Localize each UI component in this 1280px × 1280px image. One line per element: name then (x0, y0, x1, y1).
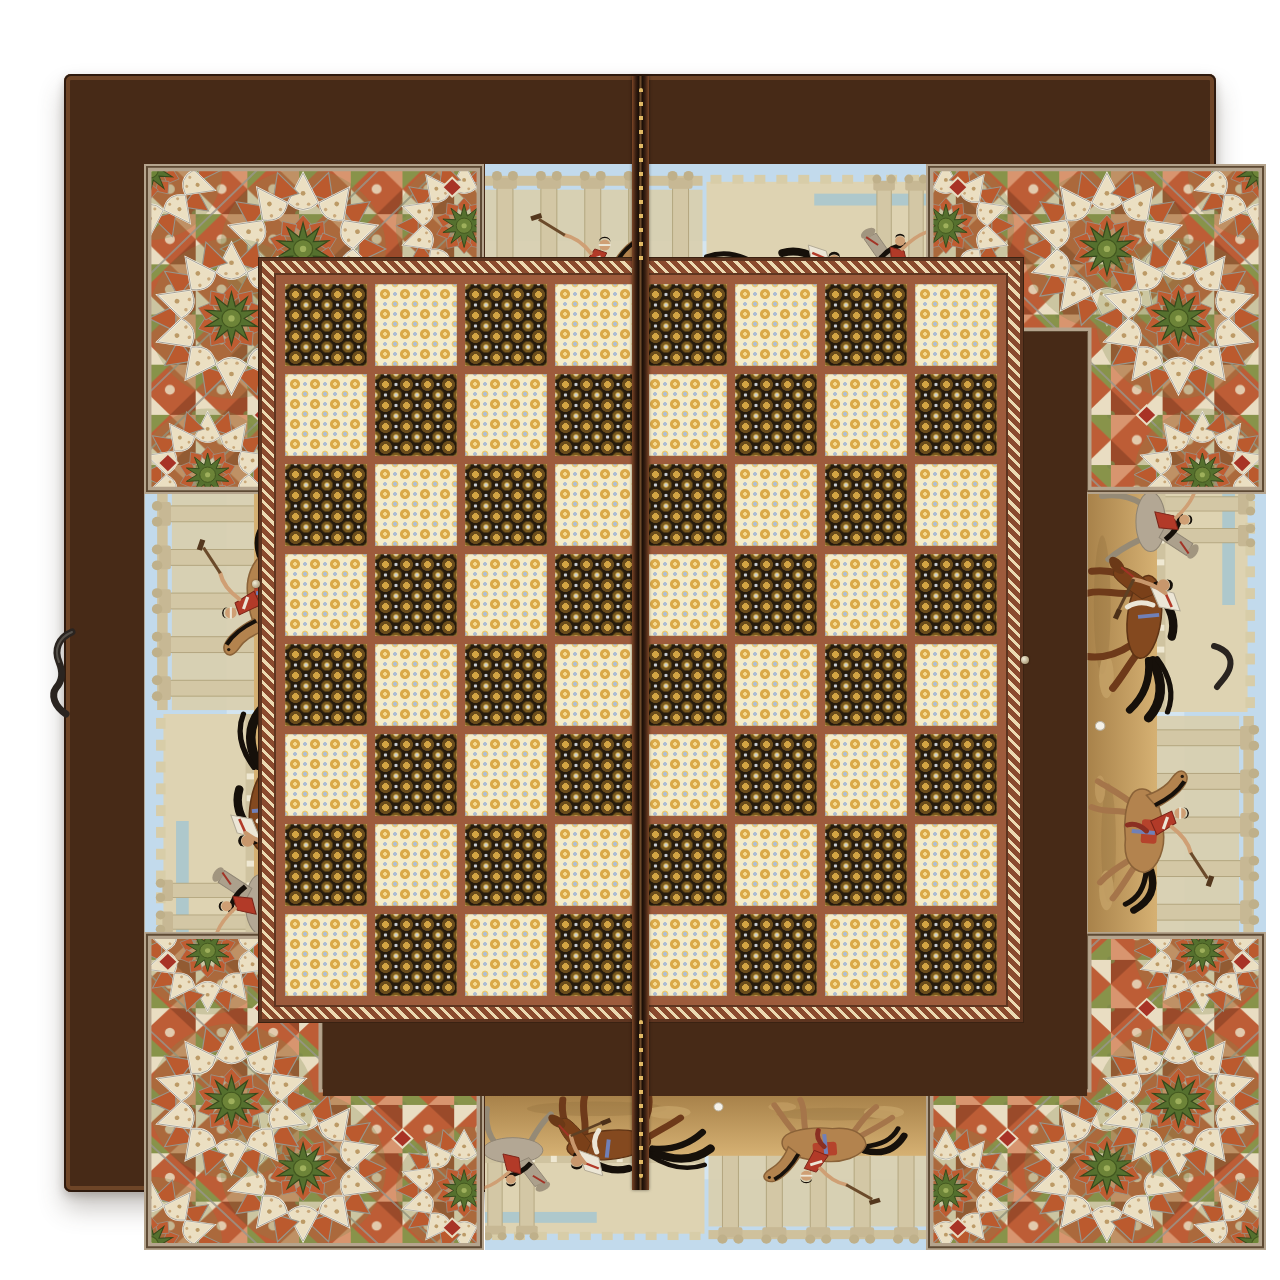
square-g6[interactable] (825, 464, 907, 546)
square-c4[interactable] (465, 644, 547, 726)
clasp-left[interactable] (44, 626, 80, 722)
square-h8[interactable] (915, 284, 997, 366)
square-e8[interactable] (645, 284, 727, 366)
square-h6[interactable] (915, 464, 997, 546)
hinge-pins-top (639, 88, 643, 270)
square-c8[interactable] (465, 284, 547, 366)
square-h1[interactable] (915, 914, 997, 996)
square-d8[interactable] (555, 284, 637, 366)
square-g8[interactable] (825, 284, 907, 366)
frame-screw-left (252, 580, 260, 588)
square-a6[interactable] (285, 464, 367, 546)
square-e6[interactable] (645, 464, 727, 546)
square-e2[interactable] (645, 824, 727, 906)
square-d5[interactable] (555, 554, 637, 636)
square-f4[interactable] (735, 644, 817, 726)
square-b7[interactable] (375, 374, 457, 456)
square-g3[interactable] (825, 734, 907, 816)
square-g4[interactable] (825, 644, 907, 726)
square-b6[interactable] (375, 464, 457, 546)
square-c1[interactable] (465, 914, 547, 996)
square-b4[interactable] (375, 644, 457, 726)
square-a4[interactable] (285, 644, 367, 726)
square-g1[interactable] (825, 914, 907, 996)
square-b5[interactable] (375, 554, 457, 636)
square-g2[interactable] (825, 824, 907, 906)
square-f2[interactable] (735, 824, 817, 906)
square-c7[interactable] (465, 374, 547, 456)
square-g5[interactable] (825, 554, 907, 636)
square-b1[interactable] (375, 914, 457, 996)
square-c2[interactable] (465, 824, 547, 906)
square-c6[interactable] (465, 464, 547, 546)
square-d6[interactable] (555, 464, 637, 546)
square-g7[interactable] (825, 374, 907, 456)
square-h3[interactable] (915, 734, 997, 816)
square-f3[interactable] (735, 734, 817, 816)
square-a8[interactable] (285, 284, 367, 366)
square-e4[interactable] (645, 644, 727, 726)
square-b3[interactable] (375, 734, 457, 816)
square-a3[interactable] (285, 734, 367, 816)
square-d3[interactable] (555, 734, 637, 816)
square-f8[interactable] (735, 284, 817, 366)
square-b2[interactable] (375, 824, 457, 906)
square-f1[interactable] (735, 914, 817, 996)
square-b8[interactable] (375, 284, 457, 366)
product-photo (0, 0, 1280, 1280)
frame-screw-right (1021, 656, 1029, 664)
square-d1[interactable] (555, 914, 637, 996)
square-e3[interactable] (645, 734, 727, 816)
square-e7[interactable] (645, 374, 727, 456)
square-e5[interactable] (645, 554, 727, 636)
hinge-seam (632, 76, 649, 1190)
square-c5[interactable] (465, 554, 547, 636)
square-h5[interactable] (915, 554, 997, 636)
square-d4[interactable] (555, 644, 637, 726)
polo-panel-bottom (485, 1096, 926, 1250)
square-f7[interactable] (735, 374, 817, 456)
clasp-right[interactable] (1210, 640, 1236, 692)
square-h4[interactable] (915, 644, 997, 726)
hinge-pins-bottom (639, 1020, 643, 1178)
square-e1[interactable] (645, 914, 727, 996)
square-d2[interactable] (555, 824, 637, 906)
square-a2[interactable] (285, 824, 367, 906)
square-a1[interactable] (285, 914, 367, 996)
square-h7[interactable] (915, 374, 997, 456)
square-h2[interactable] (915, 824, 997, 906)
square-a7[interactable] (285, 374, 367, 456)
square-d7[interactable] (555, 374, 637, 456)
square-a5[interactable] (285, 554, 367, 636)
square-f5[interactable] (735, 554, 817, 636)
square-c3[interactable] (465, 734, 547, 816)
polo-panel-right (1087, 494, 1266, 932)
square-f6[interactable] (735, 464, 817, 546)
